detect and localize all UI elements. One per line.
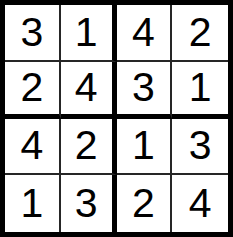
cell-r4c1[interactable]: 1: [5, 175, 61, 232]
cell-r2c4[interactable]: 1: [172, 62, 228, 119]
cell-r1c3[interactable]: 4: [117, 5, 173, 62]
cell-r1c1[interactable]: 3: [5, 5, 61, 62]
cell-r3c2[interactable]: 2: [61, 119, 117, 176]
sudoku-board: 3 1 4 2 2 4 3 1 4 2 1 3 1 3 2 4: [0, 0, 233, 237]
cell-r1c4[interactable]: 2: [172, 5, 228, 62]
cell-r2c3[interactable]: 3: [117, 62, 173, 119]
cell-r3c4[interactable]: 3: [172, 119, 228, 176]
cell-r2c2[interactable]: 4: [61, 62, 117, 119]
cell-r1c2[interactable]: 1: [61, 5, 117, 62]
cell-r4c2[interactable]: 3: [61, 175, 117, 232]
cell-r3c1[interactable]: 4: [5, 119, 61, 176]
cell-r4c3[interactable]: 2: [117, 175, 173, 232]
cell-r2c1[interactable]: 2: [5, 62, 61, 119]
cell-r4c4[interactable]: 4: [172, 175, 228, 232]
cell-r3c3[interactable]: 1: [117, 119, 173, 176]
